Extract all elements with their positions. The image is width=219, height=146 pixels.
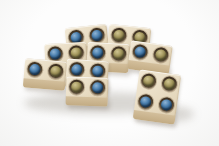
marble-hole	[27, 61, 43, 77]
marble-olive	[71, 81, 82, 92]
block-top-face	[134, 69, 181, 116]
marble-olive	[142, 75, 154, 87]
blocks-layer	[0, 0, 219, 146]
wood-block-r2-b0[interactable]	[23, 58, 67, 91]
marble-hole	[140, 73, 157, 90]
marble-olive	[155, 49, 167, 61]
wood-block-loose[interactable]	[133, 69, 182, 124]
block-front-face	[66, 96, 108, 106]
marble-blue	[71, 64, 83, 76]
marble-blue	[29, 64, 41, 76]
marble-hole	[111, 27, 127, 43]
marble-olive	[50, 65, 62, 77]
marble-hole	[69, 79, 85, 95]
marble-hole	[69, 62, 85, 78]
marble-hole	[161, 76, 178, 93]
wood-block-r1-b2[interactable]	[127, 40, 173, 75]
marble-blue	[160, 99, 172, 111]
wood-block-r3-b0[interactable]	[66, 76, 109, 106]
marble-hole	[90, 45, 106, 61]
marble-blue	[92, 47, 104, 59]
marble-blue	[134, 46, 146, 58]
marble-blue	[92, 65, 104, 77]
marble-hole	[152, 47, 169, 64]
block-top-face	[66, 76, 109, 98]
marble-hole	[158, 96, 175, 113]
marble-blue	[91, 29, 103, 41]
marble-blue	[92, 82, 103, 93]
marble-hole	[132, 44, 149, 61]
marble-hole	[48, 63, 64, 79]
product-photo-scene	[0, 0, 219, 146]
marble-hole	[111, 46, 127, 62]
marble-olive	[113, 48, 125, 60]
marble-hole	[137, 94, 154, 111]
marble-olive	[113, 29, 125, 41]
marble-blue	[139, 96, 151, 108]
marble-olive	[163, 78, 175, 90]
marble-olive	[70, 47, 82, 59]
marble-blue	[50, 48, 62, 60]
marble-hole	[90, 80, 106, 96]
